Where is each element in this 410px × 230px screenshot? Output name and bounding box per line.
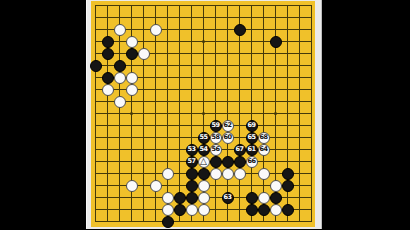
star-point bbox=[202, 112, 205, 115]
stone-black-55: 55 bbox=[198, 132, 210, 144]
stone-white bbox=[102, 84, 114, 96]
stone-white-60: 60 bbox=[222, 132, 234, 144]
stone-white bbox=[150, 24, 162, 36]
stone-black bbox=[270, 192, 282, 204]
stone-white bbox=[162, 192, 174, 204]
move-number-label: 63 bbox=[223, 194, 231, 201]
stone-black bbox=[162, 216, 174, 228]
stone-black-63: 63 bbox=[222, 192, 234, 204]
go-board-play-area[interactable]: 596269555860656853545667616457△6663 bbox=[95, 5, 312, 222]
stone-white bbox=[270, 180, 282, 192]
stone-black bbox=[102, 36, 114, 48]
stone-black bbox=[102, 72, 114, 84]
stone-black bbox=[270, 36, 282, 48]
stone-black bbox=[174, 192, 186, 204]
stone-black-57: 57 bbox=[186, 156, 198, 168]
star-point bbox=[274, 112, 277, 115]
stone-white-58: 58 bbox=[210, 132, 222, 144]
stone-black bbox=[114, 60, 126, 72]
stone-black bbox=[186, 168, 198, 180]
stone-white bbox=[126, 84, 138, 96]
stone-white-64: 64 bbox=[258, 144, 270, 156]
stone-white bbox=[114, 72, 126, 84]
stone-white bbox=[162, 168, 174, 180]
stone-white bbox=[270, 204, 282, 216]
stone-white-68: 68 bbox=[258, 132, 270, 144]
stone-white bbox=[198, 180, 210, 192]
stone-white bbox=[210, 168, 222, 180]
stone-white bbox=[258, 192, 270, 204]
stone-black bbox=[234, 156, 246, 168]
stone-white bbox=[198, 192, 210, 204]
move-number-label: 67 bbox=[235, 146, 243, 153]
stone-black-69: 69 bbox=[246, 120, 258, 132]
stone-white bbox=[126, 72, 138, 84]
stone-white-56: 56 bbox=[210, 144, 222, 156]
stone-white bbox=[114, 96, 126, 108]
stone-white bbox=[234, 168, 246, 180]
stone-black-61: 61 bbox=[246, 144, 258, 156]
move-number-label: 62 bbox=[223, 122, 231, 129]
stone-white bbox=[150, 180, 162, 192]
stone-white bbox=[126, 180, 138, 192]
triangle-mark-icon: △ bbox=[200, 157, 207, 166]
move-number-label: 58 bbox=[211, 134, 219, 141]
stone-black bbox=[246, 192, 258, 204]
move-number-label: 69 bbox=[247, 122, 255, 129]
stone-black bbox=[126, 48, 138, 60]
stone-black bbox=[186, 192, 198, 204]
move-number-label: 54 bbox=[199, 146, 207, 153]
stone-black bbox=[222, 156, 234, 168]
move-number-label: 64 bbox=[259, 146, 267, 153]
move-number-label: 56 bbox=[211, 146, 219, 153]
stone-black bbox=[198, 168, 210, 180]
stone-black-59: 59 bbox=[210, 120, 222, 132]
move-number-label: 55 bbox=[199, 134, 207, 141]
stone-white bbox=[138, 48, 150, 60]
stone-black bbox=[282, 204, 294, 216]
screenshot-stage: 596269555860656853545667616457△6663 bbox=[0, 0, 410, 230]
move-number-label: 65 bbox=[247, 134, 255, 141]
stone-black bbox=[210, 156, 222, 168]
move-number-label: 61 bbox=[247, 146, 255, 153]
stone-black-53: 53 bbox=[186, 144, 198, 156]
letterbox-right bbox=[322, 0, 410, 230]
move-number-label: 53 bbox=[187, 146, 195, 153]
go-board-frame: 596269555860656853545667616457△6663 bbox=[86, 0, 322, 229]
move-number-label: 60 bbox=[223, 134, 231, 141]
stone-black bbox=[102, 48, 114, 60]
letterbox-left bbox=[0, 0, 86, 230]
move-number-label: 68 bbox=[259, 134, 267, 141]
stone-black bbox=[234, 24, 246, 36]
stone-black bbox=[246, 204, 258, 216]
move-number-label: 66 bbox=[247, 158, 255, 165]
star-point bbox=[130, 112, 133, 115]
stone-white bbox=[186, 204, 198, 216]
stone-black bbox=[282, 168, 294, 180]
stone-black bbox=[90, 60, 102, 72]
stone-black bbox=[282, 180, 294, 192]
stone-white-triangle: △ bbox=[198, 156, 210, 168]
move-number-label: 59 bbox=[211, 122, 219, 129]
stone-black-54: 54 bbox=[198, 144, 210, 156]
stone-black-65: 65 bbox=[246, 132, 258, 144]
stone-white bbox=[114, 24, 126, 36]
stone-white bbox=[258, 168, 270, 180]
stone-white-66: 66 bbox=[246, 156, 258, 168]
stone-black-67: 67 bbox=[234, 144, 246, 156]
stone-black bbox=[186, 180, 198, 192]
stone-white bbox=[222, 168, 234, 180]
stone-white bbox=[198, 204, 210, 216]
stone-black bbox=[258, 204, 270, 216]
stone-white bbox=[162, 204, 174, 216]
stone-white-62: 62 bbox=[222, 120, 234, 132]
star-point bbox=[202, 40, 205, 43]
move-number-label: 57 bbox=[187, 158, 195, 165]
stone-black bbox=[174, 204, 186, 216]
stone-white bbox=[126, 36, 138, 48]
go-board[interactable]: 596269555860656853545667616457△6663 bbox=[91, 1, 315, 227]
